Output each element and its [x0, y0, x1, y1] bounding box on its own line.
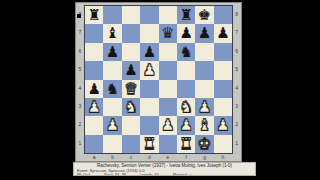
white-pawn-f2: ♟ [177, 116, 195, 134]
square-f5 [177, 61, 195, 79]
square-b4: ♞ [103, 80, 121, 98]
square-e2: ♟ [159, 116, 177, 134]
rank-label-8: 8 [233, 5, 240, 23]
square-c5: ♟ [122, 61, 140, 79]
square-e6 [159, 43, 177, 61]
square-b6: ♟ [103, 43, 121, 61]
rank-label-5: 5 [76, 60, 84, 78]
square-f3: ♞ [177, 98, 195, 116]
square-f1: ♜ [177, 135, 195, 153]
rank-label-3: 3 [76, 97, 84, 115]
square-d1: ♜ [140, 135, 158, 153]
square-f2: ♟ [177, 116, 195, 134]
rank-labels-right: 87654321 [233, 5, 240, 154]
square-c2 [122, 116, 140, 134]
file-label-b: b [103, 154, 121, 161]
white-queen-c4: ♛ [122, 80, 140, 98]
rank-label-4: 4 [233, 79, 240, 97]
rank-label-2: 2 [233, 115, 240, 133]
chess-board: ♜♜♚♝♛♟♟♟♟♟♞♟♟♟♞♛♟♞♞♟♟♟♟♝♟♜♜♚ [84, 5, 233, 154]
square-d3 [140, 98, 158, 116]
square-c7 [122, 24, 140, 42]
video-frame: 87654321 ♜♜♚♝♛♟♟♟♟♟♞♟♟♟♞♛♟♞♞♟♟♟♟♝♟♜♜♚ 87… [0, 0, 320, 180]
square-h8 [214, 6, 232, 24]
square-d4 [140, 80, 158, 98]
square-c4: ♛ [122, 80, 140, 98]
square-g8: ♚ [195, 6, 213, 24]
white-pawn-g3: ♟ [195, 98, 213, 116]
rank-label-1: 1 [233, 134, 240, 152]
length-label: Length: 44 [140, 173, 159, 176]
black-king-g8: ♚ [195, 6, 213, 24]
black-rook-f8: ♜ [177, 6, 195, 24]
letterbox-right [256, 0, 320, 180]
square-h3 [214, 98, 232, 116]
square-c3: ♞ [122, 98, 140, 116]
black-bishop-b7: ♝ [103, 24, 121, 42]
square-b8 [103, 6, 121, 24]
square-a2 [85, 116, 103, 134]
black-pawn-b6: ♟ [103, 43, 121, 61]
white-pawn-b2: ♟ [103, 116, 121, 134]
square-d8 [140, 6, 158, 24]
black-pawn-d6: ♟ [140, 43, 158, 61]
square-a8: ♜ [85, 6, 103, 24]
square-g3: ♟ [195, 98, 213, 116]
letterbox-left [0, 0, 73, 180]
square-e5 [159, 61, 177, 79]
rank-label-7: 7 [233, 23, 240, 41]
rank-label-2: 2 [76, 115, 84, 133]
white-bishop-g2: ♝ [195, 116, 213, 134]
square-e1 [159, 135, 177, 153]
white-pawn-e2: ♟ [159, 116, 177, 134]
square-h4 [214, 80, 232, 98]
caption-panel: Rachevsky, Semion Verner (1937) - Ivetta… [73, 162, 256, 176]
square-e3 [159, 98, 177, 116]
file-label-f: f [177, 154, 195, 161]
frame-corner [76, 154, 85, 161]
white-knight-c3: ♞ [122, 98, 140, 116]
square-h1 [214, 135, 232, 153]
square-g1: ♚ [195, 135, 213, 153]
square-a6 [85, 43, 103, 61]
rank-label-7: 7 [76, 23, 84, 41]
square-d6: ♟ [140, 43, 158, 61]
file-label-c: c [122, 154, 140, 161]
square-f8: ♜ [177, 6, 195, 24]
square-h5 [214, 61, 232, 79]
last-move-label: W: Qc4 [77, 173, 90, 176]
square-g7: ♟ [195, 24, 213, 42]
material-label: Material: = [173, 173, 192, 176]
square-g2: ♝ [195, 116, 213, 134]
square-e7: ♛ [159, 24, 177, 42]
file-label-d: d [140, 154, 158, 161]
square-c1 [122, 135, 140, 153]
square-h7: ♟ [214, 24, 232, 42]
square-f6: ♞ [177, 43, 195, 61]
rank-labels-left: 87654321 [76, 5, 84, 154]
black-rook-a8: ♜ [85, 6, 103, 24]
square-f7: ♟ [177, 24, 195, 42]
file-label-g: g [195, 154, 213, 161]
square-d7 [140, 24, 158, 42]
white-knight-f3: ♞ [177, 98, 195, 116]
file-label-h: h [214, 154, 232, 161]
white-king-g1: ♚ [195, 135, 213, 153]
rank-label-6: 6 [76, 42, 84, 60]
square-b1 [103, 135, 121, 153]
square-e4 [159, 80, 177, 98]
square-a1 [85, 135, 103, 153]
rank-label-6: 6 [233, 42, 240, 60]
next-label: Next: 34..38 [104, 173, 126, 176]
square-g5 [195, 61, 213, 79]
black-pawn-g7: ♟ [195, 24, 213, 42]
square-b3 [103, 98, 121, 116]
black-queen-e7: ♛ [159, 24, 177, 42]
status-line: W: Qc4 Next: 34..38 Length: 44 Material:… [77, 173, 252, 176]
white-pawn-a3: ♟ [85, 98, 103, 116]
square-b7: ♝ [103, 24, 121, 42]
square-a7 [85, 24, 103, 42]
black-knight-f6: ♞ [177, 43, 195, 61]
square-a3: ♟ [85, 98, 103, 116]
square-b5 [103, 61, 121, 79]
rank-label-1: 1 [76, 134, 84, 152]
square-g4 [195, 80, 213, 98]
chess-board-frame: 87654321 ♜♜♚♝♛♟♟♟♟♟♞♟♟♟♞♛♟♞♞♟♟♟♟♝♟♜♜♚ 87… [75, 2, 242, 162]
square-h6 [214, 43, 232, 61]
black-pawn-c5: ♟ [122, 61, 140, 79]
white-pawn-h2: ♟ [214, 116, 232, 134]
black-pawn-f7: ♟ [177, 24, 195, 42]
square-h2: ♟ [214, 116, 232, 134]
black-pawn-a4: ♟ [85, 80, 103, 98]
side-to-move-indicator [77, 14, 81, 18]
square-d5: ♟ [140, 61, 158, 79]
rank-label-5: 5 [233, 60, 240, 78]
black-pawn-h7: ♟ [214, 24, 232, 42]
file-label-e: e [159, 154, 177, 161]
rank-label-3: 3 [233, 97, 240, 115]
square-a5 [85, 61, 103, 79]
black-knight-b4: ♞ [103, 80, 121, 98]
rank-label-4: 4 [76, 79, 84, 97]
white-rook-d1: ♜ [140, 135, 158, 153]
file-label-a: a [85, 154, 103, 161]
square-c6 [122, 43, 140, 61]
square-d2 [140, 116, 158, 134]
square-a4: ♟ [85, 80, 103, 98]
square-g6 [195, 43, 213, 61]
white-pawn-d5: ♟ [140, 61, 158, 79]
white-rook-f1: ♜ [177, 135, 195, 153]
square-b2: ♟ [103, 116, 121, 134]
square-f4 [177, 80, 195, 98]
file-labels: abcdefgh [85, 154, 232, 161]
square-c8 [122, 6, 140, 24]
square-e8 [159, 6, 177, 24]
